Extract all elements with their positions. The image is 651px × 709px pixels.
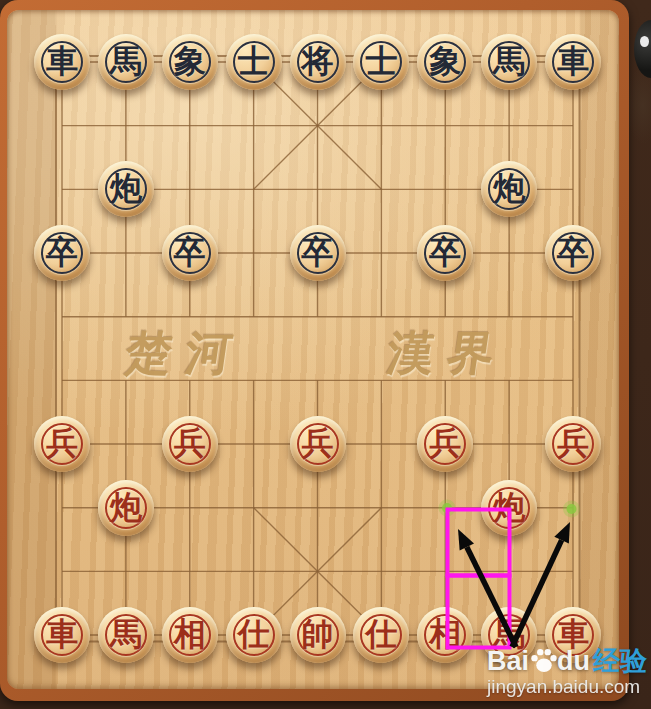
brand-prefix: Bai [487,646,529,676]
piece-highlight [640,36,649,47]
baidu-brand: Bai du 经验 [487,646,647,676]
watermark-url: jingyan.baidu.com [487,676,647,698]
brand-suffix: du [557,646,590,676]
baidu-paw-icon [530,647,558,675]
baidu-watermark: Bai du 经验 jingyan.baidu.com [487,646,647,698]
move-arrow-head [458,529,474,550]
brand-cn: 经验 [593,646,647,676]
annotation-layer [0,0,629,701]
target-dot [567,504,577,514]
screenshot-root: 楚河 漢界 車馬象士将士象馬車炮炮卒卒卒卒卒兵兵兵兵兵炮炮車馬相仕帥仕相馬車 B… [0,0,651,709]
move-arrow-head [554,522,570,544]
move-arrow-shaft [512,540,562,647]
xiangqi-board[interactable]: 楚河 漢界 車馬象士将士象馬車炮炮卒卒卒卒卒兵兵兵兵兵炮炮車馬相仕帥仕相馬車 [0,0,629,701]
